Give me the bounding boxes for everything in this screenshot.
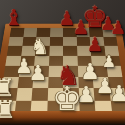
piece-red-pawn-h6[interactable]: ♟: [110, 19, 125, 37]
piece-white-pawn-h2[interactable]: ♟: [109, 83, 125, 105]
piece-red-bishop-a7[interactable]: ♝: [4, 7, 24, 29]
piece-white-rook-a1[interactable]: ♜: [0, 97, 16, 122]
pieces-layer: ♝♟♚♟♟♟♟♞♞♟♟♟♟♜♟♟♟♚♜: [0, 0, 125, 125]
chess-game-scene: ♝♟♚♟♟♟♟♞♞♟♟♟♟♜♟♟♟♚♜: [0, 0, 125, 125]
piece-white-knight-c5[interactable]: ♞: [31, 37, 50, 58]
piece-white-king-e1[interactable]: ♚: [52, 82, 82, 115]
piece-white-pawn-h4[interactable]: ♟: [102, 54, 116, 70]
piece-white-pawn-c3[interactable]: ♟: [29, 63, 48, 84]
